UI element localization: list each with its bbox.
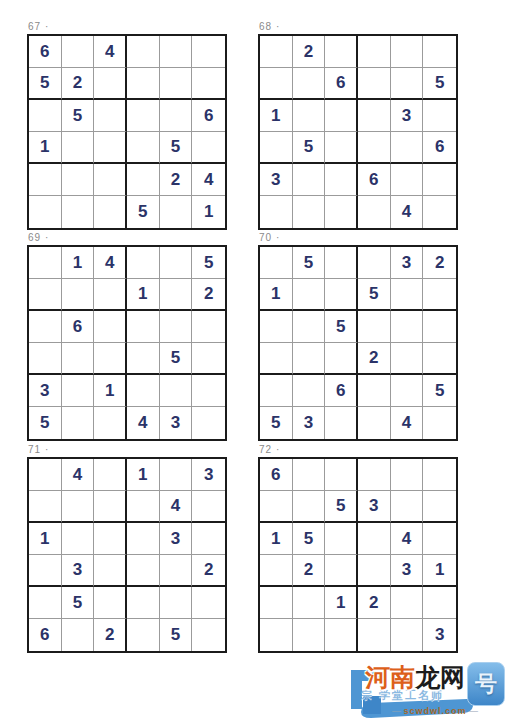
sudoku-cell-r3c4[interactable] [127,523,160,555]
sudoku-cell-r2c1[interactable] [29,491,62,523]
sudoku-cell-r5c2[interactable] [293,164,326,196]
sudoku-cell-r4c1[interactable] [260,555,293,587]
sudoku-cell-r6c3[interactable] [325,407,358,439]
sudoku-cell-r3c6[interactable]: 6 [192,100,225,132]
sudoku-cell-r6c3[interactable] [94,407,127,439]
puzzle-68: 68 · 2651356364 [258,22,458,230]
sudoku-cell-r1c1[interactable]: 6 [260,459,293,491]
sudoku-cell-r1c4[interactable] [358,36,391,68]
sudoku-cell-r2c3[interactable] [94,491,127,523]
sudoku-cell-r5c2[interactable] [293,587,326,619]
sudoku-cell-r3c2[interactable]: 6 [62,311,95,343]
sudoku-cell-r6c4[interactable]: 5 [127,196,160,228]
sudoku-cell-r1c6[interactable] [423,36,456,68]
sudoku-cell-r2c5[interactable] [391,68,424,100]
sudoku-cell-r3c6[interactable] [192,311,225,343]
sudoku-cell-r6c1[interactable] [260,619,293,651]
sudoku-cell-r6c2[interactable] [62,619,95,651]
sudoku-cell-r6c2[interactable] [293,196,326,228]
sudoku-cell-r4c1[interactable] [29,555,62,587]
sudoku-cell-r6c2[interactable] [62,196,95,228]
puzzle-71: 71 · 413413325625 [27,445,227,653]
sudoku-cell-r4c1[interactable] [260,343,293,375]
sudoku-cell-r6c5[interactable]: 4 [391,196,424,228]
sudoku-cell-r4c6[interactable]: 6 [423,132,456,164]
sudoku-cell-r4c4[interactable]: 2 [358,343,391,375]
sudoku-cell-r5c5[interactable] [160,587,193,619]
sudoku-cell-r4c4[interactable] [358,132,391,164]
sudoku-cell-r2c2[interactable] [293,68,326,100]
sudoku-cell-r1c5[interactable] [391,36,424,68]
sudoku-cell-r2c6[interactable] [192,491,225,523]
sudoku-cell-r6c2[interactable]: 3 [293,407,326,439]
sudoku-cell-r2c1[interactable]: 1 [260,279,293,311]
sudoku-board-70[interactable]: 532155265534 [258,245,458,441]
sudoku-cell-r1c4[interactable]: 1 [127,459,160,491]
sudoku-cell-r3c2[interactable]: 5 [293,523,326,555]
sudoku-cell-r6c6[interactable] [192,407,225,439]
sudoku-cell-r1c4[interactable] [127,247,160,279]
sudoku-cell-r5c4[interactable] [358,375,391,407]
sudoku-cell-r3c1[interactable] [260,311,293,343]
sudoku-cell-r4c3[interactable] [325,555,358,587]
sudoku-cell-r1c5[interactable] [160,459,193,491]
sudoku-cell-r5c4[interactable]: 6 [358,164,391,196]
sudoku-cell-r4c3[interactable] [94,555,127,587]
sudoku-cell-r2c4[interactable] [127,491,160,523]
sudoku-cell-r2c1[interactable]: 5 [29,68,62,100]
sudoku-cell-r4c1[interactable]: 1 [29,132,62,164]
sudoku-cell-r1c2[interactable]: 4 [62,459,95,491]
sudoku-cell-r4c3[interactable] [325,343,358,375]
sudoku-cell-r5c1[interactable] [260,587,293,619]
sudoku-cell-r3c2[interactable] [293,100,326,132]
sudoku-cell-r2c4[interactable]: 1 [127,279,160,311]
sudoku-cell-r1c1[interactable] [29,459,62,491]
sudoku-cell-r5c1[interactable] [260,375,293,407]
sudoku-cell-r4c3[interactable] [94,343,127,375]
sudoku-cell-r5c6[interactable]: 4 [192,164,225,196]
watermark: 宗 学堂工名师 河南龙网 号 — scwdwl.com — [345,656,512,724]
sudoku-board-68[interactable]: 2651356364 [258,34,458,230]
sudoku-cell-r4c6[interactable] [192,343,225,375]
sudoku-cell-r2c5[interactable]: 4 [160,491,193,523]
puzzle-label: 71 · [28,445,227,455]
sudoku-cell-r5c6[interactable] [423,587,456,619]
sudoku-cell-r3c1[interactable]: 1 [29,523,62,555]
sudoku-cell-r6c3[interactable] [325,196,358,228]
sudoku-cell-r4c6[interactable]: 1 [423,555,456,587]
watermark-dash-left: — [392,706,401,716]
sudoku-cell-r3c6[interactable] [423,523,456,555]
sudoku-cell-r2c1[interactable] [260,68,293,100]
sudoku-cell-r5c3[interactable] [325,164,358,196]
watermark-seal-character: 号 [475,669,497,699]
sudoku-cell-r5c2[interactable] [62,375,95,407]
sudoku-cell-r5c3[interactable]: 6 [325,375,358,407]
sudoku-cell-r2c1[interactable] [260,491,293,523]
sudoku-board-67[interactable]: 645256152451 [27,34,227,230]
sudoku-cell-r6c1[interactable]: 5 [260,407,293,439]
sudoku-cell-r3c4[interactable] [358,311,391,343]
sudoku-cell-r3c4[interactable] [358,523,391,555]
sudoku-cell-r3c5[interactable]: 3 [391,100,424,132]
sudoku-cell-r1c1[interactable]: 6 [29,36,62,68]
sudoku-cell-r6c4[interactable] [358,619,391,651]
sudoku-cell-r2c1[interactable] [29,279,62,311]
sudoku-cell-r3c3[interactable] [94,523,127,555]
sudoku-cell-r5c3[interactable] [94,164,127,196]
sudoku-cell-r2c3[interactable] [325,279,358,311]
sudoku-cell-r5c3[interactable] [94,587,127,619]
sudoku-cell-r5c1[interactable]: 3 [29,375,62,407]
watermark-title-black: 龙网 [415,663,465,691]
sudoku-cell-r6c5[interactable]: 4 [391,407,424,439]
sudoku-cell-r3c2[interactable] [293,311,326,343]
sudoku-cell-r1c2[interactable]: 5 [293,247,326,279]
sudoku-cell-r3c5[interactable]: 3 [160,523,193,555]
sudoku-cell-r6c6[interactable] [423,196,456,228]
sudoku-cell-r3c1[interactable]: 1 [260,523,293,555]
sudoku-cell-r4c5[interactable]: 5 [160,132,193,164]
sudoku-cell-r3c4[interactable] [358,100,391,132]
sudoku-cell-r6c3[interactable]: 2 [94,619,127,651]
sudoku-worksheet-page: 67 · 645256152451 68 · 2651356364 69 · 1… [0,0,512,724]
sudoku-cell-r4c6[interactable] [423,343,456,375]
sudoku-cell-r2c2[interactable] [293,491,326,523]
sudoku-cell-r5c6[interactable]: 5 [423,375,456,407]
sudoku-cell-r1c2[interactable] [293,459,326,491]
sudoku-cell-r1c3[interactable]: 4 [94,247,127,279]
sudoku-board-71[interactable]: 413413325625 [27,457,227,653]
watermark-site-text: scwdwl.com [403,706,466,716]
watermark-seal-badge: 号 [467,662,505,706]
sudoku-cell-r1c6[interactable] [423,459,456,491]
sudoku-cell-r6c5[interactable] [160,196,193,228]
sudoku-cell-r2c5[interactable] [391,279,424,311]
sudoku-cell-r2c2[interactable] [293,279,326,311]
sudoku-cell-r3c3[interactable] [94,100,127,132]
sudoku-cell-r5c6[interactable] [192,375,225,407]
puzzle-69: 69 · 145126531543 [27,233,227,441]
sudoku-cell-r4c2[interactable] [293,343,326,375]
sudoku-cell-r2c5[interactable] [391,491,424,523]
sudoku-cell-r4c4[interactable] [127,132,160,164]
sudoku-cell-r4c2[interactable]: 3 [62,555,95,587]
sudoku-cell-r3c1[interactable] [29,100,62,132]
sudoku-cell-r6c6[interactable] [192,619,225,651]
puzzle-70: 70 · 532155265534 [258,233,458,441]
sudoku-cell-r6c6[interactable]: 1 [192,196,225,228]
sudoku-cell-r2c4[interactable]: 5 [358,279,391,311]
sudoku-cell-r6c5[interactable] [391,619,424,651]
sudoku-cell-r2c3[interactable]: 5 [325,491,358,523]
sudoku-cell-r4c5[interactable] [391,132,424,164]
sudoku-cell-r6c1[interactable]: 6 [29,619,62,651]
sudoku-cell-r2c3[interactable]: 6 [325,68,358,100]
sudoku-cell-r6c1[interactable]: 5 [29,407,62,439]
sudoku-cell-r1c3[interactable] [94,459,127,491]
sudoku-cell-r1c5[interactable]: 3 [391,247,424,279]
sudoku-cell-r5c2[interactable]: 5 [62,587,95,619]
sudoku-cell-r5c6[interactable] [192,587,225,619]
sudoku-cell-r4c4[interactable] [127,555,160,587]
sudoku-cell-r2c6[interactable]: 5 [423,68,456,100]
sudoku-cell-r1c3[interactable] [325,247,358,279]
sudoku-cell-r6c5[interactable]: 3 [160,407,193,439]
sudoku-cell-r6c3[interactable] [325,619,358,651]
sudoku-cell-r5c5[interactable] [391,164,424,196]
sudoku-cell-r2c4[interactable] [127,68,160,100]
sudoku-cell-r1c3[interactable]: 4 [94,36,127,68]
sudoku-cell-r5c5[interactable] [391,375,424,407]
puzzle-label: 72 · [259,445,458,455]
sudoku-cell-r4c4[interactable] [358,555,391,587]
sudoku-cell-r4c2[interactable] [62,132,95,164]
sudoku-cell-r3c1[interactable]: 1 [260,100,293,132]
sudoku-cell-r1c6[interactable] [192,36,225,68]
sudoku-cell-r3c5[interactable] [160,100,193,132]
sudoku-cell-r6c6[interactable]: 3 [423,619,456,651]
sudoku-cell-r3c6[interactable] [192,523,225,555]
sudoku-cell-r4c2[interactable] [62,343,95,375]
sudoku-cell-r5c4[interactable] [127,164,160,196]
puzzle-label: 67 · [28,22,227,32]
sudoku-cell-r1c6[interactable]: 5 [192,247,225,279]
watermark-url: — scwdwl.com — [375,706,495,716]
sudoku-cell-r5c5[interactable]: 2 [160,164,193,196]
sudoku-cell-r1c5[interactable] [391,459,424,491]
sudoku-cell-r4c6[interactable] [192,132,225,164]
sudoku-cell-r5c5[interactable] [391,587,424,619]
sudoku-cell-r1c4[interactable] [358,459,391,491]
sudoku-cell-r4c5[interactable]: 5 [160,343,193,375]
watermark-title: 河南龙网 [365,664,465,690]
sudoku-cell-r6c2[interactable] [293,619,326,651]
sudoku-cell-r2c2[interactable] [62,279,95,311]
sudoku-cell-r5c4[interactable] [127,375,160,407]
sudoku-cell-r5c4[interactable]: 2 [358,587,391,619]
sudoku-cell-r4c3[interactable] [94,132,127,164]
sudoku-cell-r6c3[interactable] [94,196,127,228]
sudoku-cell-r6c4[interactable] [127,619,160,651]
puzzle-label: 69 · [28,233,227,243]
sudoku-cell-r5c4[interactable] [127,587,160,619]
sudoku-cell-r3c5[interactable] [391,311,424,343]
sudoku-cell-r4c1[interactable] [29,343,62,375]
sudoku-cell-r1c6[interactable]: 2 [423,247,456,279]
sudoku-cell-r4c4[interactable] [127,343,160,375]
sudoku-cell-r2c5[interactable] [160,68,193,100]
sudoku-cell-r3c6[interactable] [423,100,456,132]
sudoku-cell-r4c6[interactable]: 2 [192,555,225,587]
sudoku-cell-r6c4[interactable] [358,196,391,228]
sudoku-cell-r1c3[interactable] [325,459,358,491]
sudoku-cell-r2c4[interactable]: 3 [358,491,391,523]
sudoku-cell-r1c1[interactable] [260,247,293,279]
sudoku-cell-r3c3[interactable] [325,100,358,132]
sudoku-cell-r1c1[interactable] [29,247,62,279]
sudoku-cell-r4c5[interactable] [391,343,424,375]
puzzle-label: 70 · [259,233,458,243]
sudoku-cell-r5c3[interactable]: 1 [325,587,358,619]
sudoku-cell-r2c3[interactable] [94,279,127,311]
sudoku-cell-r1c5[interactable] [160,247,193,279]
sudoku-cell-r1c1[interactable] [260,36,293,68]
sudoku-cell-r3c3[interactable] [325,523,358,555]
sudoku-cell-r1c2[interactable]: 2 [293,36,326,68]
sudoku-cell-r6c4[interactable] [358,407,391,439]
sudoku-cell-r4c3[interactable] [325,132,358,164]
sudoku-cell-r1c3[interactable] [325,36,358,68]
sudoku-cell-r5c6[interactable] [423,164,456,196]
sudoku-board-69[interactable]: 145126531543 [27,245,227,441]
sudoku-cell-r4c2[interactable]: 5 [293,132,326,164]
sudoku-cell-r3c3[interactable]: 5 [325,311,358,343]
sudoku-cell-r1c4[interactable] [358,247,391,279]
sudoku-cell-r5c1[interactable]: 3 [260,164,293,196]
sudoku-cell-r3c1[interactable] [29,311,62,343]
sudoku-board-72[interactable]: 653154231123 [258,457,458,653]
watermark-title-orange: 河南 [365,663,415,691]
sudoku-cell-r1c5[interactable] [160,36,193,68]
sudoku-cell-r6c5[interactable]: 5 [160,619,193,651]
sudoku-cell-r2c2[interactable] [62,491,95,523]
sudoku-cell-r5c5[interactable] [160,375,193,407]
sudoku-cell-r2c3[interactable] [94,68,127,100]
sudoku-cell-r1c6[interactable]: 3 [192,459,225,491]
sudoku-cell-r3c3[interactable] [94,311,127,343]
sudoku-cell-r3c5[interactable] [160,311,193,343]
sudoku-cell-r5c3[interactable]: 1 [94,375,127,407]
sudoku-cell-r6c6[interactable] [423,407,456,439]
sudoku-cell-r3c5[interactable]: 4 [391,523,424,555]
sudoku-cell-r6c4[interactable]: 4 [127,407,160,439]
sudoku-cell-r2c2[interactable]: 2 [62,68,95,100]
sudoku-cell-r1c2[interactable]: 1 [62,247,95,279]
sudoku-cell-r3c6[interactable] [423,311,456,343]
sudoku-cell-r4c5[interactable] [160,555,193,587]
sudoku-cell-r5c2[interactable] [62,164,95,196]
sudoku-cell-r2c4[interactable] [358,68,391,100]
puzzle-67: 67 · 645256152451 [27,22,227,230]
sudoku-cell-r1c4[interactable] [127,36,160,68]
sudoku-cell-r5c1[interactable] [29,587,62,619]
sudoku-cell-r3c2[interactable]: 5 [62,100,95,132]
sudoku-cell-r5c2[interactable] [293,375,326,407]
sudoku-cell-r6c1[interactable] [29,196,62,228]
sudoku-cell-r2c6[interactable] [423,279,456,311]
sudoku-cell-r5c1[interactable] [29,164,62,196]
sudoku-cell-r2c6[interactable] [192,68,225,100]
sudoku-cell-r2c6[interactable]: 2 [192,279,225,311]
sudoku-cell-r1c2[interactable] [62,36,95,68]
puzzle-72: 72 · 653154231123 [258,445,458,653]
watermark-dash-right: — [469,706,478,716]
sudoku-cell-r2c5[interactable] [160,279,193,311]
sudoku-cell-r3c4[interactable] [127,100,160,132]
sudoku-cell-r2c6[interactable] [423,491,456,523]
puzzle-label: 68 · [259,22,458,32]
sudoku-cell-r4c2[interactable]: 2 [293,555,326,587]
sudoku-cell-r3c2[interactable] [62,523,95,555]
sudoku-cell-r4c1[interactable] [260,132,293,164]
sudoku-cell-r6c1[interactable] [260,196,293,228]
sudoku-cell-r3c4[interactable] [127,311,160,343]
sudoku-cell-r6c2[interactable] [62,407,95,439]
sudoku-cell-r4c5[interactable]: 3 [391,555,424,587]
